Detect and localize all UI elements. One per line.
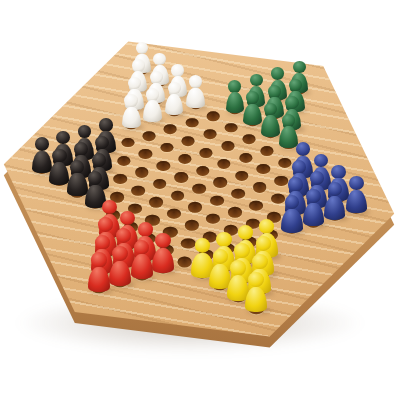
- board-hole[interactable]: [188, 202, 202, 212]
- peg-head: [331, 165, 345, 179]
- peg-red[interactable]: [130, 240, 154, 280]
- peg-head: [56, 131, 70, 144]
- scene: [0, 0, 400, 400]
- board-hole[interactable]: [221, 141, 234, 151]
- board-hole[interactable]: [207, 112, 220, 121]
- peg-head: [310, 171, 324, 185]
- peg-head: [285, 195, 300, 209]
- peg-head: [228, 80, 241, 93]
- board-hole[interactable]: [253, 182, 267, 192]
- peg-red[interactable]: [151, 233, 174, 272]
- peg-blue[interactable]: [302, 189, 324, 227]
- board-hole[interactable]: [225, 123, 238, 133]
- peg-head: [252, 254, 268, 269]
- peg-head: [128, 77, 141, 90]
- peg-head: [52, 149, 66, 163]
- peg-head: [168, 82, 181, 95]
- peg-body: [303, 203, 324, 227]
- peg-head: [136, 42, 148, 54]
- peg-head: [296, 142, 310, 156]
- peg-head: [78, 125, 92, 138]
- peg-yellow[interactable]: [244, 272, 268, 313]
- board-hole[interactable]: [114, 174, 128, 184]
- peg-white[interactable]: [186, 75, 206, 108]
- peg-body: [165, 94, 184, 115]
- peg-head: [268, 85, 281, 98]
- board-hole[interactable]: [167, 208, 181, 219]
- board-hole[interactable]: [203, 130, 216, 140]
- board-hole[interactable]: [235, 171, 249, 181]
- peg-head: [134, 240, 150, 255]
- peg-head: [349, 176, 364, 190]
- board-hole[interactable]: [185, 220, 199, 231]
- peg-body: [226, 92, 245, 113]
- board-hole[interactable]: [174, 172, 188, 182]
- peg-head: [35, 137, 49, 150]
- board-hole[interactable]: [192, 184, 206, 194]
- peg-blue[interactable]: [324, 182, 346, 219]
- board-hole[interactable]: [260, 146, 273, 156]
- board-hole[interactable]: [228, 207, 242, 218]
- peg-head: [306, 189, 321, 203]
- peg-head: [259, 219, 274, 234]
- peg-head: [264, 103, 277, 116]
- peg-body: [152, 248, 174, 273]
- peg-head: [70, 160, 84, 174]
- peg-body: [143, 100, 162, 121]
- chinese-checkers-board: [0, 0, 400, 400]
- board-hole[interactable]: [210, 195, 224, 205]
- peg-head: [88, 171, 102, 185]
- peg-body: [88, 267, 110, 292]
- board-hole[interactable]: [157, 161, 170, 171]
- board-hole[interactable]: [164, 125, 177, 135]
- peg-head: [285, 96, 298, 109]
- board-hole[interactable]: [160, 143, 173, 153]
- board-hole[interactable]: [131, 185, 145, 195]
- board-hole[interactable]: [139, 149, 152, 159]
- board-hole[interactable]: [239, 153, 252, 163]
- board-hole[interactable]: [196, 166, 209, 176]
- board-hole[interactable]: [231, 189, 245, 199]
- peg-body: [245, 287, 268, 313]
- peg-body: [131, 254, 153, 279]
- peg-head: [289, 79, 302, 92]
- peg-body: [346, 190, 367, 213]
- board-hole[interactable]: [153, 179, 167, 189]
- peg-head: [288, 177, 303, 191]
- peg-head: [112, 246, 128, 261]
- board-hole[interactable]: [171, 190, 185, 200]
- peg-head: [282, 114, 296, 127]
- peg-head: [74, 142, 88, 156]
- peg-head: [250, 74, 263, 86]
- board-hole[interactable]: [135, 167, 148, 177]
- peg-head: [92, 153, 106, 167]
- board-hole[interactable]: [243, 135, 256, 145]
- peg-head: [189, 75, 202, 88]
- board-hole[interactable]: [186, 118, 199, 128]
- peg-head: [292, 160, 306, 174]
- peg-head: [328, 182, 343, 196]
- peg-head: [171, 64, 184, 76]
- peg-head: [248, 272, 264, 288]
- peg-blue[interactable]: [281, 195, 303, 233]
- board-hole[interactable]: [182, 136, 195, 146]
- peg-head: [120, 211, 135, 226]
- peg-head: [150, 71, 163, 83]
- peg-head: [99, 118, 113, 131]
- peg-head: [91, 252, 107, 267]
- peg-head: [102, 200, 117, 214]
- board-hole[interactable]: [257, 164, 270, 174]
- peg-body: [243, 104, 262, 125]
- board-hole[interactable]: [214, 177, 228, 187]
- peg-body: [281, 209, 302, 233]
- peg-white[interactable]: [164, 82, 184, 115]
- board-hole[interactable]: [117, 156, 130, 166]
- board-hole[interactable]: [143, 131, 156, 141]
- peg-head: [293, 61, 306, 73]
- board-hole[interactable]: [249, 200, 263, 210]
- peg-head: [314, 154, 328, 168]
- peg-blue[interactable]: [345, 176, 367, 213]
- peg-head: [95, 136, 109, 149]
- peg-head: [246, 91, 259, 104]
- board-hole[interactable]: [200, 148, 213, 158]
- board-hole[interactable]: [217, 159, 230, 169]
- board-hole[interactable]: [206, 213, 220, 224]
- peg-body: [109, 261, 131, 286]
- board-hole[interactable]: [149, 197, 163, 207]
- peg-head: [256, 236, 271, 251]
- peg-white[interactable]: [143, 88, 163, 121]
- board-hole[interactable]: [121, 138, 134, 148]
- peg-body: [122, 107, 141, 128]
- peg-head: [124, 94, 137, 107]
- peg-head: [132, 59, 145, 71]
- peg-head: [155, 233, 170, 248]
- peg-head: [153, 53, 166, 65]
- peg-red[interactable]: [87, 252, 111, 292]
- peg-white[interactable]: [121, 94, 141, 128]
- peg-red[interactable]: [108, 246, 132, 286]
- peg-green[interactable]: [225, 80, 245, 113]
- peg-head: [146, 88, 159, 101]
- peg-head: [271, 67, 284, 79]
- peg-body: [324, 196, 345, 219]
- board-hole[interactable]: [178, 154, 191, 164]
- peg-body: [186, 88, 204, 109]
